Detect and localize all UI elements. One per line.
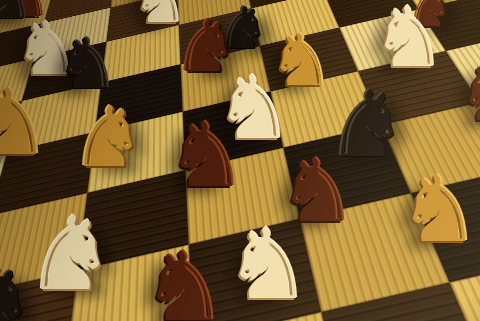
knight-golden[interactable]: ♞ — [0, 77, 56, 169]
knight-golden[interactable]: ♞ — [393, 164, 480, 256]
chessboard-photo: ♞♞♞♞♞♞♞♞♞♞♞♞♞♞♞♞♞♞♞♞♞♞ — [0, 0, 480, 321]
knight-rosewood[interactable]: ♞ — [136, 239, 232, 321]
knight-black[interactable]: ♞ — [0, 255, 42, 321]
knight-cream[interactable]: ♞ — [219, 215, 317, 313]
knight-golden[interactable]: ♞ — [66, 95, 150, 179]
pieces-layer: ♞♞♞♞♞♞♞♞♞♞♞♞♞♞♞♞♞♞♞♞♞♞ — [0, 0, 480, 321]
knight-rosewood[interactable]: ♞ — [161, 110, 251, 200]
knight-rosewood[interactable]: ♞ — [453, 54, 480, 132]
knight-cream[interactable]: ♞ — [367, 0, 451, 79]
